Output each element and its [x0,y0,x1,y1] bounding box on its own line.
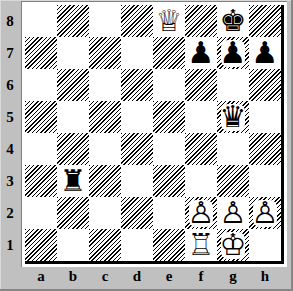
rank-label-8: 8 [1,5,19,37]
square-g3[interactable] [217,165,249,197]
square-d4[interactable] [121,133,153,165]
square-b6[interactable] [57,69,89,101]
square-d7[interactable] [121,37,153,69]
square-f2[interactable]: ♙ [185,197,217,229]
square-f6[interactable] [185,69,217,101]
file-label-g: g [217,266,249,286]
file-label-f: f [185,266,217,286]
square-b3[interactable]: ♜ [57,165,89,197]
file-label-h: h [249,266,281,286]
piece-black-queen[interactable]: ♛ [220,102,247,132]
piece-white-pawn[interactable]: ♙ [252,198,279,228]
rank-label-4: 4 [1,133,19,165]
piece-white-rook[interactable]: ♖ [188,230,215,260]
square-h7[interactable]: ♟ [249,37,281,69]
square-b7[interactable] [57,37,89,69]
square-c6[interactable] [89,69,121,101]
square-d1[interactable] [121,229,153,261]
square-f1[interactable]: ♖ [185,229,217,261]
square-b5[interactable] [57,101,89,133]
square-c5[interactable] [89,101,121,133]
square-g5[interactable]: ♛ [217,101,249,133]
square-f5[interactable] [185,101,217,133]
piece-black-pawn[interactable]: ♟ [252,38,279,68]
square-f7[interactable]: ♟ [185,37,217,69]
square-g7[interactable]: ♟ [217,37,249,69]
square-c1[interactable] [89,229,121,261]
square-c4[interactable] [89,133,121,165]
square-b2[interactable] [57,197,89,229]
square-h6[interactable] [249,69,281,101]
square-g4[interactable] [217,133,249,165]
file-label-c: c [89,266,121,286]
piece-white-king[interactable]: ♔ [220,230,247,260]
square-a2[interactable] [25,197,57,229]
square-h4[interactable] [249,133,281,165]
square-d8[interactable] [121,5,153,37]
square-h1[interactable] [249,229,281,261]
square-c8[interactable] [89,5,121,37]
board-card: ♕♚♟♟♟♛♜♙♙♙♖♔ [21,1,287,267]
square-d2[interactable] [121,197,153,229]
piece-white-queen[interactable]: ♕ [156,6,183,36]
square-d3[interactable] [121,165,153,197]
square-d5[interactable] [121,101,153,133]
rank-labels: 87654321 [1,5,19,261]
square-e5[interactable] [153,101,185,133]
square-a5[interactable] [25,101,57,133]
rank-label-1: 1 [1,229,19,261]
square-c3[interactable] [89,165,121,197]
square-a8[interactable] [25,5,57,37]
square-b8[interactable] [57,5,89,37]
rank-label-6: 6 [1,69,19,101]
square-g1[interactable]: ♔ [217,229,249,261]
file-label-a: a [25,266,57,286]
rank-label-7: 7 [1,37,19,69]
file-label-d: d [121,266,153,286]
square-g6[interactable] [217,69,249,101]
file-label-b: b [57,266,89,286]
piece-white-pawn[interactable]: ♙ [220,198,247,228]
square-f8[interactable] [185,5,217,37]
file-labels: abcdefgh [25,266,281,286]
chess-board: ♕♚♟♟♟♛♜♙♙♙♖♔ [25,5,284,264]
square-b4[interactable] [57,133,89,165]
square-b1[interactable] [57,229,89,261]
chess-diagram-panel: 87654321 ♕♚♟♟♟♛♜♙♙♙♖♔ abcdefgh [0,0,293,291]
square-e1[interactable] [153,229,185,261]
square-g8[interactable]: ♚ [217,5,249,37]
square-c2[interactable] [89,197,121,229]
square-d6[interactable] [121,69,153,101]
square-f4[interactable] [185,133,217,165]
square-h5[interactable] [249,101,281,133]
piece-black-pawn[interactable]: ♟ [188,38,215,68]
square-h8[interactable] [249,5,281,37]
square-a4[interactable] [25,133,57,165]
square-a1[interactable] [25,229,57,261]
square-a3[interactable] [25,165,57,197]
piece-black-pawn[interactable]: ♟ [220,38,247,68]
square-e4[interactable] [153,133,185,165]
piece-black-rook[interactable]: ♜ [60,166,87,196]
square-h3[interactable] [249,165,281,197]
square-a7[interactable] [25,37,57,69]
square-e3[interactable] [153,165,185,197]
square-e8[interactable]: ♕ [153,5,185,37]
piece-black-king[interactable]: ♚ [220,6,247,36]
piece-white-pawn[interactable]: ♙ [188,198,215,228]
square-g2[interactable]: ♙ [217,197,249,229]
square-f3[interactable] [185,165,217,197]
rank-label-2: 2 [1,197,19,229]
rank-label-5: 5 [1,101,19,133]
square-e7[interactable] [153,37,185,69]
square-c7[interactable] [89,37,121,69]
square-e2[interactable] [153,197,185,229]
square-h2[interactable]: ♙ [249,197,281,229]
square-a6[interactable] [25,69,57,101]
square-e6[interactable] [153,69,185,101]
file-label-e: e [153,266,185,286]
rank-label-3: 3 [1,165,19,197]
